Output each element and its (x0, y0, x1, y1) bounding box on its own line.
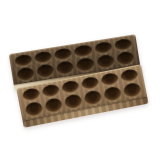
board2-pit-r1c5[interactable] (100, 72, 119, 87)
board2-pit-r1c4[interactable] (81, 76, 100, 91)
board2-pit-r2c2[interactable] (44, 97, 63, 114)
board1-pit-r1c1[interactable] (14, 54, 33, 68)
board1-pit-r1c5[interactable] (94, 41, 113, 55)
board1-pit-r1c3[interactable] (54, 47, 73, 61)
board1-pit-r2c4[interactable] (76, 57, 95, 72)
board1-pit-r2c2[interactable] (36, 63, 55, 78)
board2-pit-r2c6[interactable] (123, 82, 142, 99)
board1-pit-r1c6[interactable] (114, 38, 133, 52)
board2-pit-r2c3[interactable] (64, 93, 83, 110)
board1-pit-r2c3[interactable] (56, 60, 75, 75)
board1-pit-r2c6[interactable] (116, 51, 135, 66)
photo-canvas (0, 0, 160, 160)
board2-pit-r2c1[interactable] (24, 101, 43, 118)
board2-pit-r2c5[interactable] (103, 86, 122, 103)
board2-pit-r2c4[interactable] (83, 90, 102, 107)
board1-pit-r2c5[interactable] (96, 54, 115, 69)
board2-pit-r1c1[interactable] (22, 87, 41, 102)
board1-pit-r2c1[interactable] (16, 67, 35, 82)
board2-pit-r1c2[interactable] (41, 83, 60, 98)
board2-pit-r1c6[interactable] (120, 68, 139, 83)
board1-pit-r1c4[interactable] (74, 44, 93, 58)
board2-pit-r1c3[interactable] (61, 80, 80, 95)
board1-pit-r1c2[interactable] (34, 51, 53, 65)
